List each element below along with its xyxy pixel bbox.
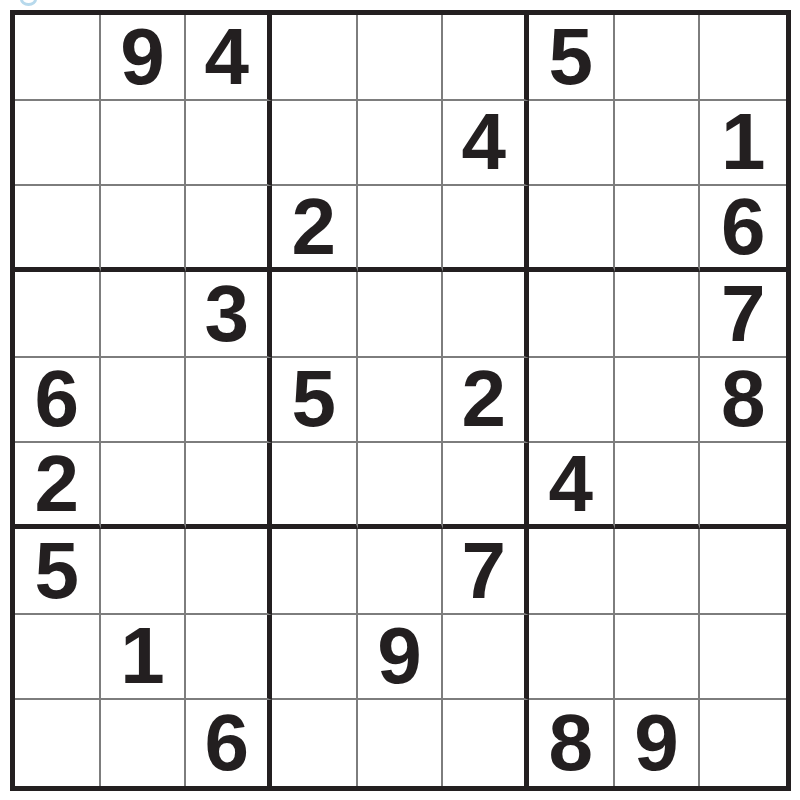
cell-r1c1[interactable] (15, 15, 101, 101)
page: 9454126376528245719689 (0, 0, 800, 800)
cell-r6c8[interactable] (615, 443, 701, 529)
cell-r4c6[interactable] (443, 272, 529, 358)
cell-r9c1[interactable] (15, 700, 101, 786)
cell-r4c9[interactable]: 7 (700, 272, 786, 358)
cell-r6c9[interactable] (700, 443, 786, 529)
cell-r9c3[interactable]: 6 (186, 700, 272, 786)
cell-r3c4[interactable]: 2 (272, 186, 358, 272)
cell-r7c3[interactable] (186, 529, 272, 615)
cell-r3c7[interactable] (529, 186, 615, 272)
cell-r3c2[interactable] (101, 186, 187, 272)
cell-r1c6[interactable] (443, 15, 529, 101)
cell-r2c1[interactable] (15, 101, 101, 187)
cell-r6c3[interactable] (186, 443, 272, 529)
cell-r3c8[interactable] (615, 186, 701, 272)
cell-r7c9[interactable] (700, 529, 786, 615)
cell-r4c8[interactable] (615, 272, 701, 358)
cell-r2c7[interactable] (529, 101, 615, 187)
cell-r5c4[interactable]: 5 (272, 358, 358, 444)
cell-r1c2[interactable]: 9 (101, 15, 187, 101)
cell-r8c4[interactable] (272, 615, 358, 701)
cell-r6c5[interactable] (358, 443, 444, 529)
cell-r2c4[interactable] (272, 101, 358, 187)
cell-r8c1[interactable] (15, 615, 101, 701)
cell-r2c9[interactable]: 1 (700, 101, 786, 187)
cell-r6c6[interactable] (443, 443, 529, 529)
cell-r2c5[interactable] (358, 101, 444, 187)
cell-r6c4[interactable] (272, 443, 358, 529)
cell-r2c6[interactable]: 4 (443, 101, 529, 187)
cell-r1c3[interactable]: 4 (186, 15, 272, 101)
cell-r4c1[interactable] (15, 272, 101, 358)
cell-r5c7[interactable] (529, 358, 615, 444)
cell-r4c7[interactable] (529, 272, 615, 358)
cell-r7c1[interactable]: 5 (15, 529, 101, 615)
cell-r3c9[interactable]: 6 (700, 186, 786, 272)
cell-r2c2[interactable] (101, 101, 187, 187)
cell-r8c7[interactable] (529, 615, 615, 701)
cell-r3c6[interactable] (443, 186, 529, 272)
cell-r5c5[interactable] (358, 358, 444, 444)
cell-r4c3[interactable]: 3 (186, 272, 272, 358)
cell-r4c5[interactable] (358, 272, 444, 358)
cell-r5c3[interactable] (186, 358, 272, 444)
cell-r7c5[interactable] (358, 529, 444, 615)
cell-r9c5[interactable] (358, 700, 444, 786)
cell-r9c9[interactable] (700, 700, 786, 786)
cell-r5c1[interactable]: 6 (15, 358, 101, 444)
cell-r9c4[interactable] (272, 700, 358, 786)
cell-r8c3[interactable] (186, 615, 272, 701)
cell-r3c3[interactable] (186, 186, 272, 272)
cell-r1c7[interactable]: 5 (529, 15, 615, 101)
cell-r8c6[interactable] (443, 615, 529, 701)
cell-r7c6[interactable]: 7 (443, 529, 529, 615)
cell-r9c2[interactable] (101, 700, 187, 786)
cell-r6c2[interactable] (101, 443, 187, 529)
cell-r4c2[interactable] (101, 272, 187, 358)
cell-r9c7[interactable]: 8 (529, 700, 615, 786)
cell-r5c2[interactable] (101, 358, 187, 444)
cell-r6c1[interactable]: 2 (15, 443, 101, 529)
cell-r5c9[interactable]: 8 (700, 358, 786, 444)
cell-r7c8[interactable] (615, 529, 701, 615)
cell-r6c7[interactable]: 4 (529, 443, 615, 529)
cell-r1c5[interactable] (358, 15, 444, 101)
cell-r7c7[interactable] (529, 529, 615, 615)
cell-r1c9[interactable] (700, 15, 786, 101)
cropped-logo-artifact (20, 0, 37, 6)
cell-r8c2[interactable]: 1 (101, 615, 187, 701)
cell-r8c8[interactable] (615, 615, 701, 701)
cell-r7c2[interactable] (101, 529, 187, 615)
cell-r2c8[interactable] (615, 101, 701, 187)
cell-r2c3[interactable] (186, 101, 272, 187)
cell-r9c6[interactable] (443, 700, 529, 786)
cell-r5c6[interactable]: 2 (443, 358, 529, 444)
cell-r3c1[interactable] (15, 186, 101, 272)
sudoku-board: 9454126376528245719689 (10, 10, 791, 791)
cell-r4c4[interactable] (272, 272, 358, 358)
cell-r1c8[interactable] (615, 15, 701, 101)
cell-r1c4[interactable] (272, 15, 358, 101)
cell-r8c5[interactable]: 9 (358, 615, 444, 701)
cell-r8c9[interactable] (700, 615, 786, 701)
cell-r3c5[interactable] (358, 186, 444, 272)
cell-r5c8[interactable] (615, 358, 701, 444)
cell-r7c4[interactable] (272, 529, 358, 615)
cell-r9c8[interactable]: 9 (615, 700, 701, 786)
